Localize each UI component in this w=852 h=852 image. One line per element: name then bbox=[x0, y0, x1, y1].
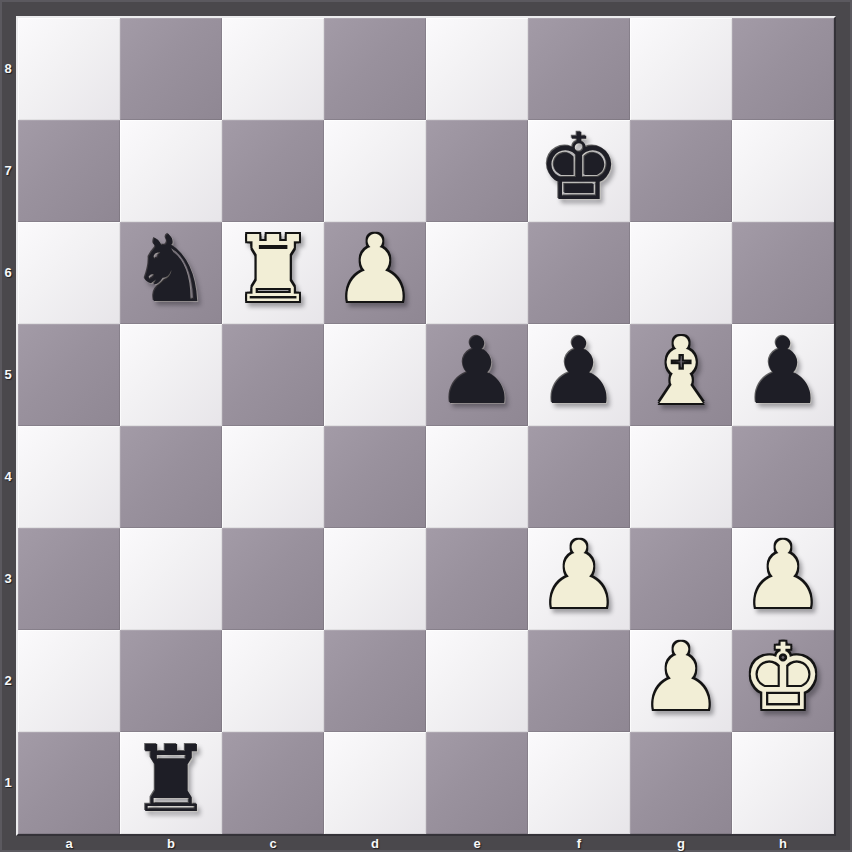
white-pawn[interactable]: ♟ bbox=[334, 224, 416, 316]
rank-label-7: 7 bbox=[0, 120, 16, 222]
file-label-d: d bbox=[324, 836, 426, 852]
file-label-c: c bbox=[222, 836, 324, 852]
square-b1[interactable]: ♜ bbox=[120, 732, 222, 834]
square-h3[interactable]: ♟ bbox=[732, 528, 834, 630]
black-knight[interactable]: ♞ bbox=[130, 224, 212, 316]
square-c7[interactable] bbox=[222, 120, 324, 222]
square-b7[interactable] bbox=[120, 120, 222, 222]
square-h8[interactable] bbox=[732, 18, 834, 120]
white-pawn[interactable]: ♟ bbox=[538, 530, 620, 622]
square-e7[interactable] bbox=[426, 120, 528, 222]
rank-label-2: 2 bbox=[0, 630, 16, 732]
square-d1[interactable] bbox=[324, 732, 426, 834]
square-e5[interactable]: ♟ bbox=[426, 324, 528, 426]
file-label-g: g bbox=[630, 836, 732, 852]
square-d5[interactable] bbox=[324, 324, 426, 426]
square-h5[interactable]: ♟ bbox=[732, 324, 834, 426]
square-b2[interactable] bbox=[120, 630, 222, 732]
square-h1[interactable] bbox=[732, 732, 834, 834]
black-pawn[interactable]: ♟ bbox=[742, 326, 824, 418]
square-a6[interactable] bbox=[18, 222, 120, 324]
file-label-a: a bbox=[18, 836, 120, 852]
square-h7[interactable] bbox=[732, 120, 834, 222]
rank-label-3: 3 bbox=[0, 528, 16, 630]
square-b5[interactable] bbox=[120, 324, 222, 426]
rank-label-1: 1 bbox=[0, 732, 16, 834]
black-king[interactable]: ♚ bbox=[538, 122, 620, 214]
file-label-h: h bbox=[732, 836, 834, 852]
chess-board: ♚♞♜♟♟♟♝♟♟♟♟♚♜ bbox=[16, 16, 836, 836]
square-a5[interactable] bbox=[18, 324, 120, 426]
square-e1[interactable] bbox=[426, 732, 528, 834]
square-f3[interactable]: ♟ bbox=[528, 528, 630, 630]
square-g6[interactable] bbox=[630, 222, 732, 324]
square-c3[interactable] bbox=[222, 528, 324, 630]
rank-label-8: 8 bbox=[0, 18, 16, 120]
square-g8[interactable] bbox=[630, 18, 732, 120]
square-e8[interactable] bbox=[426, 18, 528, 120]
square-d6[interactable]: ♟ bbox=[324, 222, 426, 324]
white-rook[interactable]: ♜ bbox=[232, 224, 314, 316]
square-g2[interactable]: ♟ bbox=[630, 630, 732, 732]
board-frame: ♚♞♜♟♟♟♝♟♟♟♟♚♜ 87654321 abcdefgh bbox=[0, 0, 852, 852]
square-g4[interactable] bbox=[630, 426, 732, 528]
square-b8[interactable] bbox=[120, 18, 222, 120]
white-pawn[interactable]: ♟ bbox=[640, 632, 722, 724]
square-a7[interactable] bbox=[18, 120, 120, 222]
square-d7[interactable] bbox=[324, 120, 426, 222]
file-label-b: b bbox=[120, 836, 222, 852]
square-h4[interactable] bbox=[732, 426, 834, 528]
square-a1[interactable] bbox=[18, 732, 120, 834]
square-g1[interactable] bbox=[630, 732, 732, 834]
square-g3[interactable] bbox=[630, 528, 732, 630]
square-c5[interactable] bbox=[222, 324, 324, 426]
square-f8[interactable] bbox=[528, 18, 630, 120]
white-king[interactable]: ♚ bbox=[742, 632, 824, 724]
square-e6[interactable] bbox=[426, 222, 528, 324]
square-g7[interactable] bbox=[630, 120, 732, 222]
black-rook[interactable]: ♜ bbox=[130, 734, 212, 826]
square-g5[interactable]: ♝ bbox=[630, 324, 732, 426]
white-pawn[interactable]: ♟ bbox=[742, 530, 824, 622]
square-c6[interactable]: ♜ bbox=[222, 222, 324, 324]
square-b3[interactable] bbox=[120, 528, 222, 630]
black-pawn[interactable]: ♟ bbox=[436, 326, 518, 418]
square-e4[interactable] bbox=[426, 426, 528, 528]
square-f4[interactable] bbox=[528, 426, 630, 528]
square-d3[interactable] bbox=[324, 528, 426, 630]
square-a8[interactable] bbox=[18, 18, 120, 120]
square-c8[interactable] bbox=[222, 18, 324, 120]
square-f6[interactable] bbox=[528, 222, 630, 324]
square-d8[interactable] bbox=[324, 18, 426, 120]
rank-label-6: 6 bbox=[0, 222, 16, 324]
square-d4[interactable] bbox=[324, 426, 426, 528]
rank-label-4: 4 bbox=[0, 426, 16, 528]
file-label-f: f bbox=[528, 836, 630, 852]
square-c2[interactable] bbox=[222, 630, 324, 732]
square-f5[interactable]: ♟ bbox=[528, 324, 630, 426]
black-pawn[interactable]: ♟ bbox=[538, 326, 620, 418]
square-f1[interactable] bbox=[528, 732, 630, 834]
rank-label-5: 5 bbox=[0, 324, 16, 426]
square-a3[interactable] bbox=[18, 528, 120, 630]
file-label-e: e bbox=[426, 836, 528, 852]
square-a2[interactable] bbox=[18, 630, 120, 732]
square-c1[interactable] bbox=[222, 732, 324, 834]
square-c4[interactable] bbox=[222, 426, 324, 528]
square-h6[interactable] bbox=[732, 222, 834, 324]
square-f7[interactable]: ♚ bbox=[528, 120, 630, 222]
square-a4[interactable] bbox=[18, 426, 120, 528]
square-d2[interactable] bbox=[324, 630, 426, 732]
square-e3[interactable] bbox=[426, 528, 528, 630]
white-bishop[interactable]: ♝ bbox=[640, 326, 722, 418]
square-b6[interactable]: ♞ bbox=[120, 222, 222, 324]
square-f2[interactable] bbox=[528, 630, 630, 732]
square-h2[interactable]: ♚ bbox=[732, 630, 834, 732]
square-e2[interactable] bbox=[426, 630, 528, 732]
square-b4[interactable] bbox=[120, 426, 222, 528]
